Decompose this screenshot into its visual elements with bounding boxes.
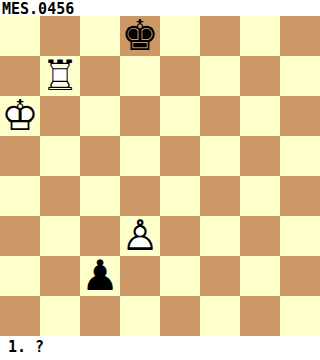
- square-d7[interactable]: [120, 56, 160, 96]
- square-f8[interactable]: [200, 16, 240, 56]
- square-g8[interactable]: [240, 16, 280, 56]
- square-a3[interactable]: [0, 216, 40, 256]
- square-e8[interactable]: [160, 16, 200, 56]
- square-e3[interactable]: [160, 216, 200, 256]
- square-e1[interactable]: [160, 296, 200, 336]
- square-a1[interactable]: [0, 296, 40, 336]
- white-rook-glyph: ♖: [40, 56, 80, 96]
- chess-puzzle-screen: MES.0456 ♚♜♖♚♔♟♙♟ 1. ?: [0, 0, 320, 360]
- square-g7[interactable]: [240, 56, 280, 96]
- move-prompt-label: 1. ?: [8, 338, 44, 358]
- square-g1[interactable]: [240, 296, 280, 336]
- square-e6[interactable]: [160, 96, 200, 136]
- square-b2[interactable]: [40, 256, 80, 296]
- square-b5[interactable]: [40, 136, 80, 176]
- square-a2[interactable]: [0, 256, 40, 296]
- square-h8[interactable]: [280, 16, 320, 56]
- square-g6[interactable]: [240, 96, 280, 136]
- square-h6[interactable]: [280, 96, 320, 136]
- square-f5[interactable]: [200, 136, 240, 176]
- square-h1[interactable]: [280, 296, 320, 336]
- white-king[interactable]: ♚♔: [0, 96, 40, 136]
- square-a8[interactable]: [0, 16, 40, 56]
- square-d8[interactable]: ♚: [120, 16, 160, 56]
- square-f4[interactable]: [200, 176, 240, 216]
- square-b1[interactable]: [40, 296, 80, 336]
- square-b7[interactable]: ♜♖: [40, 56, 80, 96]
- square-c6[interactable]: [80, 96, 120, 136]
- square-d5[interactable]: [120, 136, 160, 176]
- square-a5[interactable]: [0, 136, 40, 176]
- white-pawn-glyph: ♙: [120, 216, 160, 256]
- square-h7[interactable]: [280, 56, 320, 96]
- square-f2[interactable]: [200, 256, 240, 296]
- square-c5[interactable]: [80, 136, 120, 176]
- puzzle-id-label: MES.0456: [2, 0, 74, 16]
- square-e2[interactable]: [160, 256, 200, 296]
- square-h3[interactable]: [280, 216, 320, 256]
- square-c7[interactable]: [80, 56, 120, 96]
- square-c8[interactable]: [80, 16, 120, 56]
- white-rook[interactable]: ♜♖: [40, 56, 80, 96]
- square-a6[interactable]: ♚♔: [0, 96, 40, 136]
- square-d3[interactable]: ♟♙: [120, 216, 160, 256]
- square-d6[interactable]: [120, 96, 160, 136]
- square-d2[interactable]: [120, 256, 160, 296]
- square-b4[interactable]: [40, 176, 80, 216]
- square-c3[interactable]: [80, 216, 120, 256]
- square-b8[interactable]: [40, 16, 80, 56]
- square-e7[interactable]: [160, 56, 200, 96]
- square-h4[interactable]: [280, 176, 320, 216]
- square-e4[interactable]: [160, 176, 200, 216]
- black-pawn-glyph: ♟: [80, 256, 120, 296]
- chess-board: ♚♜♖♚♔♟♙♟: [0, 16, 320, 336]
- square-c4[interactable]: [80, 176, 120, 216]
- square-h5[interactable]: [280, 136, 320, 176]
- square-e5[interactable]: [160, 136, 200, 176]
- square-f3[interactable]: [200, 216, 240, 256]
- square-a7[interactable]: [0, 56, 40, 96]
- square-g4[interactable]: [240, 176, 280, 216]
- square-g3[interactable]: [240, 216, 280, 256]
- square-f7[interactable]: [200, 56, 240, 96]
- square-d4[interactable]: [120, 176, 160, 216]
- black-king-glyph: ♚: [120, 16, 160, 56]
- black-pawn[interactable]: ♟: [80, 256, 120, 296]
- square-g5[interactable]: [240, 136, 280, 176]
- square-c1[interactable]: [80, 296, 120, 336]
- square-b6[interactable]: [40, 96, 80, 136]
- white-pawn[interactable]: ♟♙: [120, 216, 160, 256]
- square-d1[interactable]: [120, 296, 160, 336]
- square-f6[interactable]: [200, 96, 240, 136]
- square-g2[interactable]: [240, 256, 280, 296]
- black-king[interactable]: ♚: [120, 16, 160, 56]
- square-b3[interactable]: [40, 216, 80, 256]
- square-c2[interactable]: ♟: [80, 256, 120, 296]
- square-h2[interactable]: [280, 256, 320, 296]
- white-king-glyph: ♔: [0, 96, 40, 136]
- square-a4[interactable]: [0, 176, 40, 216]
- square-f1[interactable]: [200, 296, 240, 336]
